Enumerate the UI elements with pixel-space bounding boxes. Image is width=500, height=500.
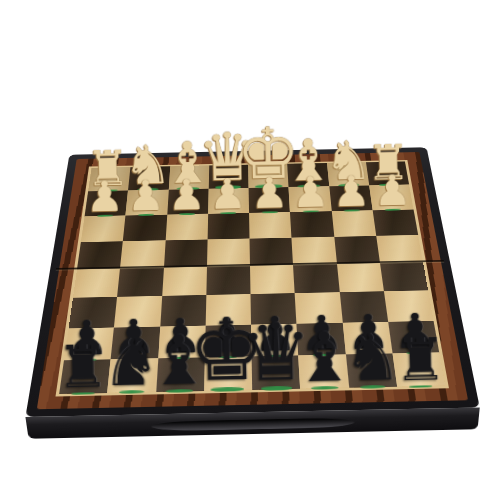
square-d2[interactable]: ♟ — [249, 187, 291, 212]
square-c1[interactable]: ♝ — [287, 163, 328, 187]
chessboard-3d-view: ♜♞♝♛♚♝♞♜♟♟♟♟♟♟♟♟♟♟♟♟♟♟♟♟♜♞♝♚♛♝♞♜ — [0, 0, 500, 500]
square-f5[interactable] — [162, 267, 207, 297]
square-f3[interactable] — [165, 214, 208, 241]
square-b4[interactable] — [334, 236, 380, 264]
square-g2[interactable]: ♟ — [126, 190, 169, 215]
square-e4[interactable] — [207, 238, 250, 266]
square-b2[interactable]: ♟ — [329, 186, 373, 211]
square-c4[interactable] — [292, 237, 337, 265]
piece-white-pawn[interactable]: ♟ — [374, 169, 412, 212]
square-h2[interactable]: ♟ — [85, 191, 129, 216]
square-g5[interactable] — [117, 267, 163, 297]
square-e1[interactable]: ♛ — [208, 165, 248, 189]
piece-white-pawn[interactable]: ♟ — [291, 171, 329, 214]
square-b3[interactable] — [331, 210, 376, 237]
square-d3[interactable] — [249, 212, 292, 239]
piece-white-king[interactable]: ♚ — [236, 118, 301, 190]
piece-white-bishop[interactable]: ♝ — [162, 134, 214, 192]
piece-white-pawn[interactable]: ♟ — [85, 175, 123, 218]
piece-white-pawn[interactable]: ♟ — [209, 173, 247, 216]
square-c8[interactable]: ♝ — [298, 354, 348, 389]
square-a4[interactable] — [376, 235, 423, 263]
square-g3[interactable] — [123, 214, 167, 241]
square-b5[interactable] — [336, 263, 383, 292]
piece-white-queen[interactable]: ♛ — [198, 124, 259, 191]
square-a3[interactable] — [372, 209, 418, 236]
square-b1[interactable]: ♞ — [327, 162, 369, 186]
camera-tilt: ♜♞♝♛♚♝♞♜♟♟♟♟♟♟♟♟♟♟♟♟♟♟♟♟♜♞♝♚♛♝♞♜ — [46, 62, 454, 470]
square-h1[interactable]: ♜ — [88, 167, 131, 191]
square-e2[interactable]: ♟ — [208, 188, 249, 213]
piece-white-pawn[interactable]: ♟ — [332, 170, 370, 213]
piece-white-knight[interactable]: ♞ — [123, 137, 172, 192]
square-d5[interactable] — [250, 265, 295, 294]
square-c5[interactable] — [293, 264, 339, 293]
chessboard[interactable]: ♜♞♝♛♚♝♞♜♟♟♟♟♟♟♟♟♟♟♟♟♟♟♟♟♜♞♝♚♛♝♞♜ — [59, 161, 445, 394]
square-h4[interactable] — [77, 241, 123, 269]
square-e3[interactable] — [207, 213, 249, 240]
piece-white-pawn[interactable]: ♟ — [126, 174, 164, 217]
piece-white-rook[interactable]: ♜ — [367, 138, 411, 187]
square-d1[interactable]: ♚ — [248, 164, 289, 188]
piece-white-knight[interactable]: ♞ — [324, 133, 373, 188]
square-a1[interactable]: ♜ — [366, 161, 409, 185]
square-f1[interactable]: ♝ — [168, 166, 209, 190]
finger-notch — [151, 417, 355, 431]
square-f2[interactable]: ♟ — [167, 189, 209, 214]
folding-chess-case: ♜♞♝♛♚♝♞♜♟♟♟♟♟♟♟♟♟♟♟♟♟♟♟♟♜♞♝♚♛♝♞♜ — [25, 147, 479, 417]
square-a8[interactable]: ♜ — [392, 352, 445, 387]
product-photo-scene: ♜♞♝♛♚♝♞♜♟♟♟♟♟♟♟♟♟♟♟♟♟♟♟♟♜♞♝♚♛♝♞♜ — [0, 0, 500, 500]
square-a2[interactable]: ♟ — [369, 185, 414, 210]
square-f4[interactable] — [163, 239, 207, 267]
piece-white-bishop[interactable]: ♝ — [282, 131, 334, 189]
square-c3[interactable] — [290, 211, 334, 238]
square-b8[interactable]: ♞ — [345, 353, 397, 388]
square-a5[interactable] — [380, 262, 428, 291]
piece-white-pawn[interactable]: ♟ — [168, 173, 206, 216]
square-h3[interactable] — [81, 215, 126, 242]
square-h5[interactable] — [73, 268, 120, 298]
square-e5[interactable] — [206, 266, 250, 296]
square-g1[interactable]: ♞ — [128, 166, 170, 190]
square-g4[interactable] — [120, 240, 165, 268]
piece-white-rook[interactable]: ♜ — [85, 144, 129, 193]
square-d4[interactable] — [250, 238, 294, 266]
square-c2[interactable]: ♟ — [289, 186, 332, 211]
piece-black-rook[interactable]: ♜ — [394, 330, 447, 389]
case-front-edge — [25, 408, 479, 439]
piece-white-pawn[interactable]: ♟ — [250, 172, 288, 215]
